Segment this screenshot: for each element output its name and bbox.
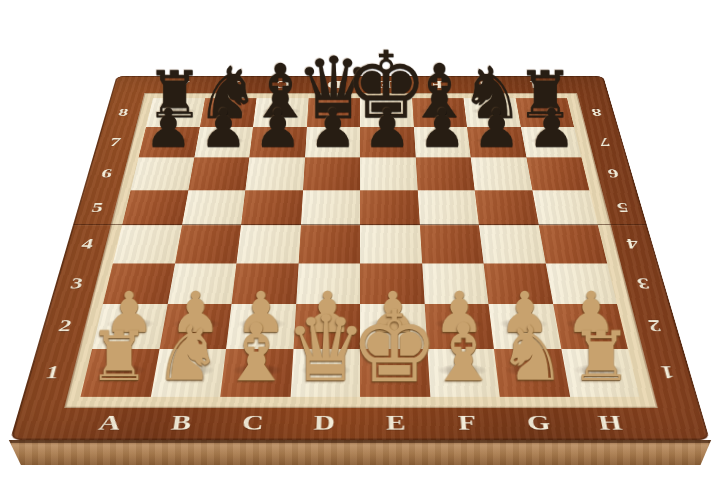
square-c5[interactable] <box>241 190 303 225</box>
square-b4[interactable] <box>175 225 241 263</box>
square-f3[interactable] <box>422 263 489 304</box>
square-h3[interactable] <box>545 263 617 304</box>
square-g7[interactable] <box>467 127 526 158</box>
square-f8[interactable] <box>412 98 467 127</box>
square-g4[interactable] <box>479 225 545 263</box>
square-c6[interactable] <box>245 157 304 190</box>
squares-layer <box>10 76 710 440</box>
square-g3[interactable] <box>484 263 553 304</box>
square-h4[interactable] <box>538 225 607 263</box>
square-f4[interactable] <box>419 225 483 263</box>
square-e5[interactable] <box>360 190 419 225</box>
square-f5[interactable] <box>417 190 479 225</box>
square-c3[interactable] <box>231 263 298 304</box>
square-h6[interactable] <box>526 157 589 190</box>
square-g6[interactable] <box>471 157 532 190</box>
square-g8[interactable] <box>464 98 521 127</box>
square-b6[interactable] <box>188 157 249 190</box>
square-d8[interactable] <box>307 98 360 127</box>
square-f1[interactable] <box>427 349 500 397</box>
square-e2[interactable] <box>360 304 427 348</box>
square-a3[interactable] <box>103 263 175 304</box>
square-h2[interactable] <box>553 304 628 348</box>
square-a7[interactable] <box>139 127 200 158</box>
square-a1[interactable] <box>80 349 159 397</box>
square-e6[interactable] <box>360 157 417 190</box>
square-c1[interactable] <box>220 349 293 397</box>
square-c8[interactable] <box>253 98 308 127</box>
square-a6[interactable] <box>131 157 194 190</box>
square-b5[interactable] <box>182 190 246 225</box>
square-g2[interactable] <box>489 304 561 348</box>
square-a5[interactable] <box>122 190 188 225</box>
square-e8[interactable] <box>360 98 413 127</box>
square-g1[interactable] <box>494 349 570 397</box>
square-d7[interactable] <box>305 127 360 158</box>
square-c7[interactable] <box>249 127 306 158</box>
square-b3[interactable] <box>167 263 236 304</box>
board-face: AABBCCDDEEFFGGHH1122334455667788 <box>10 76 710 440</box>
square-b2[interactable] <box>159 304 231 348</box>
square-h7[interactable] <box>520 127 581 158</box>
square-b7[interactable] <box>194 127 253 158</box>
square-d4[interactable] <box>298 225 360 263</box>
board-front-edge <box>6 440 714 465</box>
square-d2[interactable] <box>293 304 360 348</box>
square-c2[interactable] <box>226 304 296 348</box>
square-b1[interactable] <box>150 349 226 397</box>
square-a4[interactable] <box>113 225 182 263</box>
chess-board: AABBCCDDEEFFGGHH1122334455667788 ♜♞♝♛♚♝♞… <box>10 76 710 440</box>
scene: AABBCCDDEEFFGGHH1122334455667788 ♜♞♝♛♚♝♞… <box>0 0 720 480</box>
square-f7[interactable] <box>413 127 470 158</box>
square-e3[interactable] <box>360 263 424 304</box>
square-e4[interactable] <box>360 225 422 263</box>
square-a8[interactable] <box>146 98 205 127</box>
square-d6[interactable] <box>303 157 360 190</box>
square-b8[interactable] <box>200 98 257 127</box>
square-h8[interactable] <box>515 98 574 127</box>
square-e7[interactable] <box>360 127 415 158</box>
square-c4[interactable] <box>236 225 300 263</box>
square-h5[interactable] <box>532 190 598 225</box>
square-a2[interactable] <box>92 304 167 348</box>
square-d5[interactable] <box>301 190 360 225</box>
square-f2[interactable] <box>424 304 494 348</box>
square-d3[interactable] <box>296 263 360 304</box>
square-g5[interactable] <box>475 190 539 225</box>
square-e1[interactable] <box>360 349 430 397</box>
square-f6[interactable] <box>415 157 474 190</box>
square-h1[interactable] <box>561 349 640 397</box>
square-d1[interactable] <box>290 349 360 397</box>
